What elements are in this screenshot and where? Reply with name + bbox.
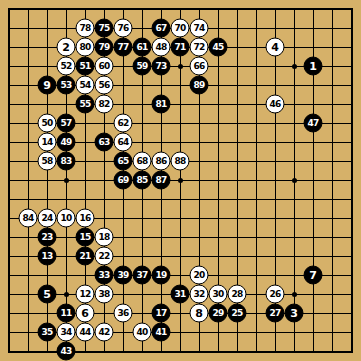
stone-white-18: 18 [95, 228, 114, 247]
star-point [178, 178, 183, 183]
move-number: 30 [212, 290, 223, 299]
stone-black-35: 35 [38, 323, 57, 342]
stone-black-67: 67 [152, 19, 171, 38]
stone-black-77: 77 [114, 38, 133, 57]
move-number: 53 [60, 81, 71, 90]
move-number: 15 [79, 233, 90, 242]
move-number: 89 [193, 81, 204, 90]
move-number: 8 [195, 308, 203, 319]
stone-black-65: 65 [114, 152, 133, 171]
stone-white-30: 30 [209, 285, 228, 304]
stone-black-73: 73 [152, 57, 171, 76]
stone-black-55: 55 [76, 95, 95, 114]
stone-black-3: 3 [285, 304, 304, 323]
stone-black-23: 23 [38, 228, 57, 247]
move-number: 24 [41, 214, 52, 223]
move-number: 67 [155, 24, 166, 33]
stone-white-84: 84 [19, 209, 38, 228]
stone-white-54: 54 [76, 76, 95, 95]
move-number: 33 [98, 271, 109, 280]
move-number: 27 [269, 309, 280, 318]
stone-black-31: 31 [171, 285, 190, 304]
stone-black-13: 13 [38, 247, 57, 266]
move-number: 75 [98, 24, 109, 33]
move-number: 11 [60, 309, 71, 318]
move-number: 3 [290, 308, 298, 319]
move-number: 57 [60, 119, 71, 128]
stone-white-44: 44 [76, 323, 95, 342]
stone-white-82: 82 [95, 95, 114, 114]
move-number: 83 [60, 157, 71, 166]
move-number: 51 [79, 62, 90, 71]
move-number: 63 [98, 138, 109, 147]
stone-white-36: 36 [114, 304, 133, 323]
move-number: 82 [98, 100, 109, 109]
move-number: 25 [231, 309, 242, 318]
move-number: 29 [212, 309, 223, 318]
stone-black-57: 57 [57, 114, 76, 133]
stone-white-76: 76 [114, 19, 133, 38]
move-number: 43 [60, 347, 71, 356]
star-point [292, 178, 297, 183]
move-number: 68 [136, 157, 147, 166]
move-number: 88 [174, 157, 185, 166]
stone-white-86: 86 [152, 152, 171, 171]
move-number: 17 [155, 309, 166, 318]
stone-white-2: 2 [57, 38, 76, 57]
stone-black-25: 25 [228, 304, 247, 323]
move-number: 81 [155, 100, 166, 109]
move-number: 35 [41, 328, 52, 337]
move-number: 60 [98, 62, 109, 71]
move-number: 26 [269, 290, 280, 299]
stone-white-32: 32 [190, 285, 209, 304]
move-number: 61 [136, 43, 147, 52]
move-number: 62 [117, 119, 128, 128]
star-point [292, 292, 297, 297]
stone-black-41: 41 [152, 323, 171, 342]
stone-black-1: 1 [304, 57, 323, 76]
move-number: 50 [41, 119, 52, 128]
stone-black-85: 85 [133, 171, 152, 190]
move-number: 18 [98, 233, 109, 242]
move-number: 34 [60, 328, 71, 337]
stone-white-46: 46 [266, 95, 285, 114]
move-number: 40 [136, 328, 147, 337]
move-number: 12 [79, 290, 90, 299]
stone-black-43: 43 [57, 342, 76, 361]
move-number: 56 [98, 81, 109, 90]
stone-black-51: 51 [76, 57, 95, 76]
stone-black-5: 5 [38, 285, 57, 304]
stone-black-45: 45 [209, 38, 228, 57]
stone-black-7: 7 [304, 266, 323, 285]
move-number: 48 [155, 43, 166, 52]
stone-black-27: 27 [266, 304, 285, 323]
move-number: 31 [174, 290, 185, 299]
move-number: 22 [98, 252, 109, 261]
stone-black-61: 61 [133, 38, 152, 57]
stone-black-11: 11 [57, 304, 76, 323]
move-number: 28 [231, 290, 242, 299]
stone-white-62: 62 [114, 114, 133, 133]
stone-black-71: 71 [171, 38, 190, 57]
stone-white-6: 6 [76, 304, 95, 323]
stone-white-20: 20 [190, 266, 209, 285]
move-number: 80 [79, 43, 90, 52]
move-number: 5 [43, 289, 51, 300]
stone-black-15: 15 [76, 228, 95, 247]
stone-white-80: 80 [76, 38, 95, 57]
stone-black-79: 79 [95, 38, 114, 57]
move-number: 47 [307, 119, 318, 128]
stone-white-68: 68 [133, 152, 152, 171]
move-number: 77 [117, 43, 128, 52]
stone-white-16: 16 [76, 209, 95, 228]
stone-white-10: 10 [57, 209, 76, 228]
stone-white-78: 78 [76, 19, 95, 38]
move-number: 72 [193, 43, 204, 52]
stone-black-47: 47 [304, 114, 323, 133]
move-number: 42 [98, 328, 109, 337]
stone-black-33: 33 [95, 266, 114, 285]
stone-white-24: 24 [38, 209, 57, 228]
stone-white-60: 60 [95, 57, 114, 76]
stone-black-63: 63 [95, 133, 114, 152]
stone-black-81: 81 [152, 95, 171, 114]
stone-black-37: 37 [133, 266, 152, 285]
move-number: 1 [309, 61, 317, 72]
move-number: 36 [117, 309, 128, 318]
stone-white-48: 48 [152, 38, 171, 57]
stone-black-83: 83 [57, 152, 76, 171]
move-number: 41 [155, 328, 166, 337]
stone-white-72: 72 [190, 38, 209, 57]
star-point [64, 292, 69, 297]
move-number: 38 [98, 290, 109, 299]
stone-black-17: 17 [152, 304, 171, 323]
stone-white-34: 34 [57, 323, 76, 342]
stone-white-22: 22 [95, 247, 114, 266]
stone-white-42: 42 [95, 323, 114, 342]
move-number: 16 [79, 214, 90, 223]
move-number: 32 [193, 290, 204, 299]
stone-black-29: 29 [209, 304, 228, 323]
stone-black-19: 19 [152, 266, 171, 285]
move-number: 87 [155, 176, 166, 185]
move-number: 23 [41, 233, 52, 242]
move-number: 2 [62, 42, 70, 53]
stone-black-87: 87 [152, 171, 171, 190]
move-number: 71 [174, 43, 185, 52]
move-number: 70 [174, 24, 185, 33]
move-number: 59 [136, 62, 147, 71]
move-number: 20 [193, 271, 204, 280]
stone-black-89: 89 [190, 76, 209, 95]
stone-white-88: 88 [171, 152, 190, 171]
move-number: 10 [60, 214, 71, 223]
stone-black-9: 9 [38, 76, 57, 95]
move-number: 78 [79, 24, 90, 33]
move-number: 21 [79, 252, 90, 261]
move-number: 44 [79, 328, 90, 337]
move-number: 66 [193, 62, 204, 71]
move-number: 55 [79, 100, 90, 109]
stone-black-49: 49 [57, 133, 76, 152]
stone-white-52: 52 [57, 57, 76, 76]
move-number: 14 [41, 138, 52, 147]
stone-white-14: 14 [38, 133, 57, 152]
move-number: 6 [81, 308, 89, 319]
move-number: 19 [155, 271, 166, 280]
stone-black-39: 39 [114, 266, 133, 285]
stone-white-58: 58 [38, 152, 57, 171]
star-point [178, 64, 183, 69]
move-number: 69 [117, 176, 128, 185]
move-number: 49 [60, 138, 71, 147]
stone-black-69: 69 [114, 171, 133, 190]
move-number: 46 [269, 100, 280, 109]
stone-white-8: 8 [190, 304, 209, 323]
star-point [292, 64, 297, 69]
stone-white-38: 38 [95, 285, 114, 304]
move-number: 64 [117, 138, 128, 147]
stone-white-12: 12 [76, 285, 95, 304]
move-number: 4 [271, 42, 279, 53]
move-number: 79 [98, 43, 109, 52]
stone-white-28: 28 [228, 285, 247, 304]
move-number: 74 [193, 24, 204, 33]
move-number: 86 [155, 157, 166, 166]
move-number: 13 [41, 252, 52, 261]
move-number: 58 [41, 157, 52, 166]
stone-white-64: 64 [114, 133, 133, 152]
stone-white-4: 4 [266, 38, 285, 57]
move-number: 52 [60, 62, 71, 71]
move-number: 84 [22, 214, 33, 223]
move-number: 37 [136, 271, 147, 280]
stone-white-26: 26 [266, 285, 285, 304]
stone-white-50: 50 [38, 114, 57, 133]
go-board[interactable]: 1234567891011121314151617181920212223242… [0, 0, 361, 361]
star-point [64, 178, 69, 183]
move-number: 85 [136, 176, 147, 185]
move-number: 7 [309, 270, 317, 281]
move-number: 39 [117, 271, 128, 280]
move-number: 45 [212, 43, 223, 52]
move-number: 9 [43, 80, 51, 91]
stone-white-74: 74 [190, 19, 209, 38]
stone-black-59: 59 [133, 57, 152, 76]
move-number: 54 [79, 81, 90, 90]
stone-black-75: 75 [95, 19, 114, 38]
stone-white-56: 56 [95, 76, 114, 95]
stone-white-40: 40 [133, 323, 152, 342]
move-number: 65 [117, 157, 128, 166]
stone-black-21: 21 [76, 247, 95, 266]
stone-black-53: 53 [57, 76, 76, 95]
move-number: 76 [117, 24, 128, 33]
move-number: 73 [155, 62, 166, 71]
stone-white-70: 70 [171, 19, 190, 38]
stone-white-66: 66 [190, 57, 209, 76]
